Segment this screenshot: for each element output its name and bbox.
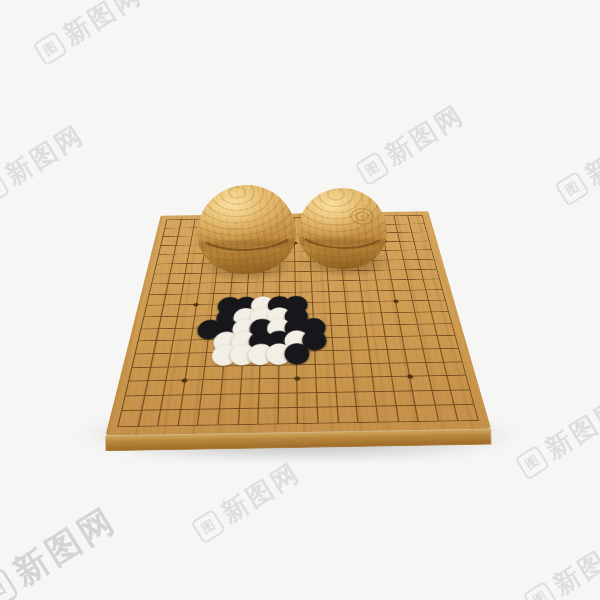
black-stone: ●: [279, 337, 314, 367]
white-stone: ●: [262, 313, 296, 341]
white-stone: ●: [207, 326, 244, 355]
black-stone: ●: [191, 314, 228, 342]
stone-bowl-left: [195, 183, 297, 275]
black-stone: ●: [297, 324, 332, 353]
white-stone: ●: [205, 338, 243, 368]
white-stone: ●: [245, 302, 279, 329]
white-stone: ●: [261, 337, 296, 367]
white-stone: ●: [228, 302, 262, 329]
stone-bowl-right: [297, 187, 387, 270]
wood-grain-knot: [349, 208, 375, 226]
go-board: ●●●●●●●●●●●●●●●●●●●●●●●●●●●●: [105, 211, 491, 435]
white-stone: ●: [224, 337, 261, 367]
product-photo: ●●●●●●●●●●●●●●●●●●●●●●●●●●●● 图新图网图新图网图新图…: [0, 0, 600, 600]
black-stone: ●: [243, 325, 278, 354]
white-stone: ●: [262, 302, 295, 329]
white-stone: ●: [280, 324, 315, 353]
black-stone: ●: [280, 301, 313, 328]
black-stone: ●: [280, 290, 313, 316]
black-stone: ●: [244, 313, 278, 341]
black-stone: ●: [209, 314, 245, 342]
black-stone: ●: [210, 302, 245, 329]
black-stone: ●: [280, 313, 314, 341]
white-stone: ●: [242, 337, 278, 367]
white-stone: ●: [226, 313, 261, 341]
white-stone: ●: [225, 325, 261, 354]
scene: ●●●●●●●●●●●●●●●●●●●●●●●●●●●●: [0, 0, 600, 600]
black-stone: ●: [297, 312, 332, 340]
black-stone: ●: [261, 325, 296, 354]
